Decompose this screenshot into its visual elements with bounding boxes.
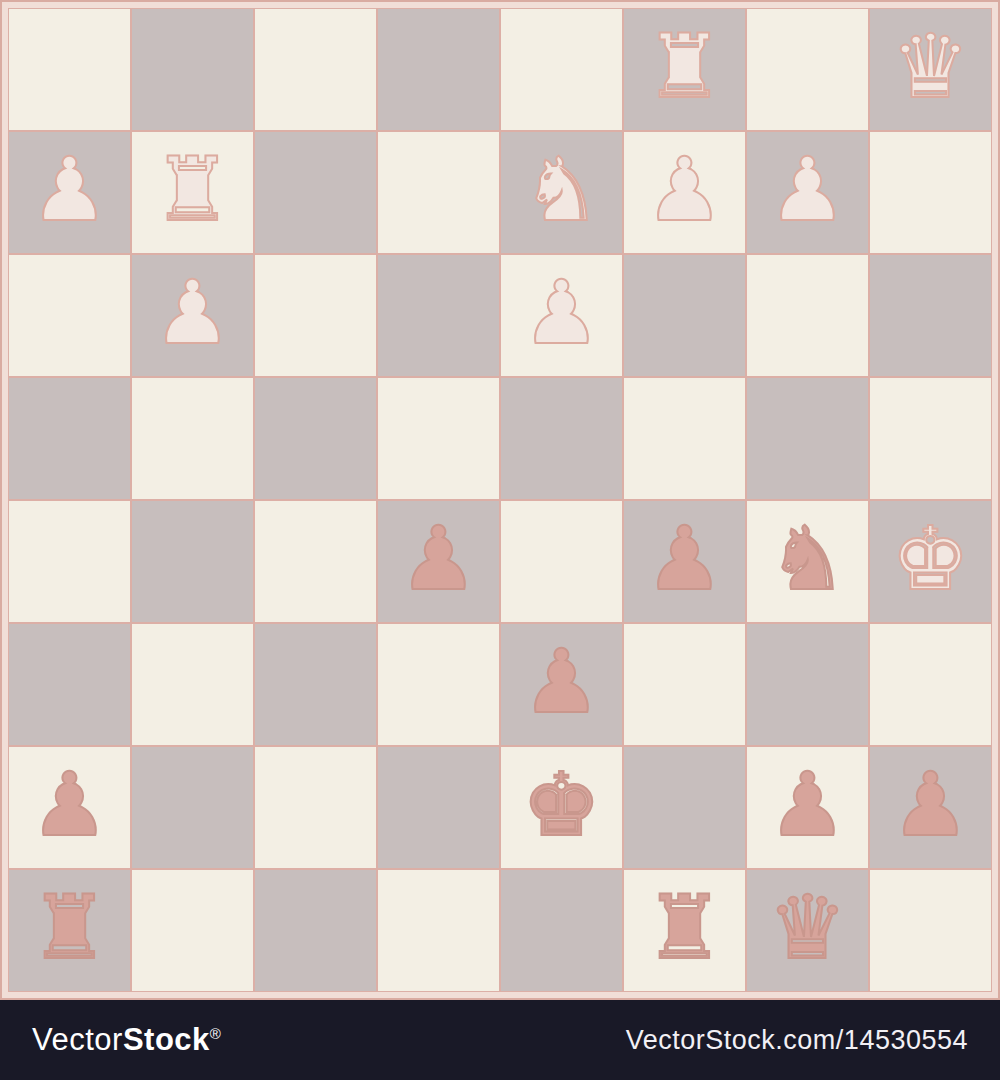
square-f4: ♟ [624, 501, 745, 622]
brand-bold: Stock [123, 1022, 210, 1057]
dark-pawn: ♟ [522, 638, 601, 726]
square-c5 [255, 378, 376, 499]
square-b7: ♜ [132, 132, 253, 253]
vectorstock-chess-illustration: ♜♛♟♜♞♟♟♟♟♟♟♞♚♟♟♚♟♟♜♜♛ VectorStock® Vecto… [0, 0, 1000, 1080]
chess-board: ♜♛♟♜♞♟♟♟♟♟♟♞♚♟♟♚♟♟♜♜♛ [8, 8, 992, 992]
light-king: ♚ [891, 515, 970, 603]
square-d5 [378, 378, 499, 499]
square-a6 [9, 255, 130, 376]
watermark-bar: VectorStock® VectorStock.com/14530554 [0, 1000, 1000, 1080]
square-g3 [747, 624, 868, 745]
dark-rook: ♜ [30, 884, 109, 972]
dark-pawn: ♟ [399, 515, 478, 603]
square-h8: ♛ [870, 9, 991, 130]
square-e6: ♟ [501, 255, 622, 376]
square-d3 [378, 624, 499, 745]
square-a5 [9, 378, 130, 499]
square-c1 [255, 870, 376, 991]
square-d6 [378, 255, 499, 376]
square-b8 [132, 9, 253, 130]
light-rook: ♜ [153, 146, 232, 234]
square-g2: ♟ [747, 747, 868, 868]
light-pawn: ♟ [768, 146, 847, 234]
square-d4: ♟ [378, 501, 499, 622]
square-f3 [624, 624, 745, 745]
light-rook: ♜ [645, 23, 724, 111]
square-b4 [132, 501, 253, 622]
square-d2 [378, 747, 499, 868]
square-b5 [132, 378, 253, 499]
square-a4 [9, 501, 130, 622]
registered-mark: ® [210, 1025, 222, 1042]
square-b2 [132, 747, 253, 868]
dark-knight: ♞ [768, 515, 847, 603]
square-h5 [870, 378, 991, 499]
dark-pawn: ♟ [768, 761, 847, 849]
vectorstock-logo: VectorStock® [32, 1022, 221, 1058]
square-b6: ♟ [132, 255, 253, 376]
square-f1: ♜ [624, 870, 745, 991]
square-h7 [870, 132, 991, 253]
square-h1 [870, 870, 991, 991]
square-c4 [255, 501, 376, 622]
square-b3 [132, 624, 253, 745]
dark-pawn: ♟ [891, 761, 970, 849]
square-h4: ♚ [870, 501, 991, 622]
square-g5 [747, 378, 868, 499]
light-pawn: ♟ [522, 269, 601, 357]
square-b1 [132, 870, 253, 991]
square-c6 [255, 255, 376, 376]
light-knight: ♞ [522, 146, 601, 234]
square-g6 [747, 255, 868, 376]
square-c7 [255, 132, 376, 253]
square-e4 [501, 501, 622, 622]
square-f7: ♟ [624, 132, 745, 253]
square-e5 [501, 378, 622, 499]
square-d1 [378, 870, 499, 991]
square-c8 [255, 9, 376, 130]
brand-thin: Vector [32, 1022, 123, 1057]
light-pawn: ♟ [645, 146, 724, 234]
square-c2 [255, 747, 376, 868]
dark-king: ♚ [522, 761, 601, 849]
square-g1: ♛ [747, 870, 868, 991]
chess-board-frame: ♜♛♟♜♞♟♟♟♟♟♟♞♚♟♟♚♟♟♜♜♛ [0, 0, 1000, 1000]
square-f6 [624, 255, 745, 376]
square-d7 [378, 132, 499, 253]
square-e1 [501, 870, 622, 991]
light-pawn: ♟ [153, 269, 232, 357]
square-a7: ♟ [9, 132, 130, 253]
square-a1: ♜ [9, 870, 130, 991]
square-g4: ♞ [747, 501, 868, 622]
square-d8 [378, 9, 499, 130]
square-f2 [624, 747, 745, 868]
square-e3: ♟ [501, 624, 622, 745]
square-a2: ♟ [9, 747, 130, 868]
light-pawn: ♟ [30, 146, 109, 234]
square-e8 [501, 9, 622, 130]
light-queen: ♛ [891, 23, 970, 111]
square-e7: ♞ [501, 132, 622, 253]
square-f5 [624, 378, 745, 499]
square-f8: ♜ [624, 9, 745, 130]
dark-pawn: ♟ [645, 515, 724, 603]
square-e2: ♚ [501, 747, 622, 868]
dark-queen: ♛ [768, 884, 847, 972]
square-c3 [255, 624, 376, 745]
square-h6 [870, 255, 991, 376]
square-h2: ♟ [870, 747, 991, 868]
square-g7: ♟ [747, 132, 868, 253]
dark-rook: ♜ [645, 884, 724, 972]
square-h3 [870, 624, 991, 745]
image-url-text: VectorStock.com/14530554 [626, 1025, 968, 1056]
square-a3 [9, 624, 130, 745]
square-g8 [747, 9, 868, 130]
square-a8 [9, 9, 130, 130]
dark-pawn: ♟ [30, 761, 109, 849]
